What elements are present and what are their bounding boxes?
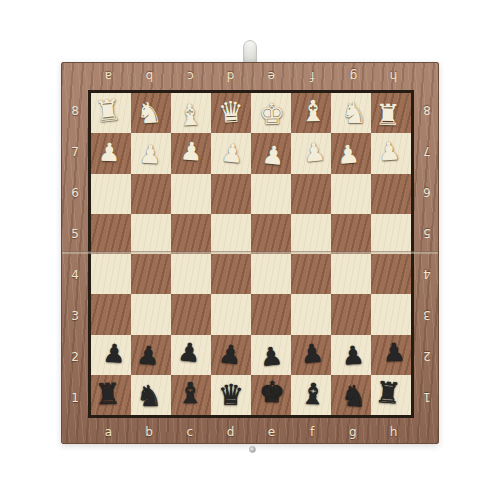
piece-black-pawn: ♟ — [300, 340, 325, 367]
square-b1: ♞ — [131, 375, 171, 415]
file-label-top-e: e — [251, 63, 292, 90]
square-d7: ♟ — [211, 133, 251, 173]
square-f3 — [291, 294, 331, 334]
square-a4 — [91, 254, 131, 294]
square-e1: ♚ — [251, 375, 291, 415]
piece-white-king: ♚ — [259, 99, 286, 129]
piece-white-pawn: ♟ — [336, 141, 361, 168]
rank-label-right-4: 4 — [414, 254, 440, 295]
rank-label-right-2: 2 — [414, 336, 440, 377]
square-a7: ♟ — [91, 133, 131, 173]
piece-black-pawn: ♟ — [102, 341, 126, 367]
rank-label-right-5: 5 — [414, 213, 440, 254]
rank-label-left-2: 2 — [62, 336, 88, 377]
piece-black-bishop: ♝ — [177, 379, 203, 408]
square-b2: ♟ — [131, 335, 171, 375]
square-b7: ♟ — [131, 133, 171, 173]
square-a8: ♜ — [91, 93, 131, 133]
piece-black-bishop: ♝ — [299, 380, 326, 410]
file-label-top-f: f — [292, 63, 333, 90]
rank-label-right-8: 8 — [414, 90, 440, 131]
file-label-bottom-a: a — [88, 418, 129, 445]
file-label-bottom-f: f — [292, 418, 333, 445]
square-e7: ♟ — [251, 133, 291, 173]
hinge-screw — [249, 446, 256, 453]
square-b5 — [131, 214, 171, 254]
square-a1: ♜ — [91, 375, 131, 415]
rank-label-left-7: 7 — [62, 131, 88, 172]
square-h6 — [371, 174, 411, 214]
square-b8: ♞ — [131, 93, 171, 133]
square-h1: ♜ — [371, 375, 411, 415]
square-d5 — [211, 214, 251, 254]
square-c6 — [171, 174, 211, 214]
rank-label-right-1: 1 — [414, 377, 440, 418]
play-area: ♜♞♝♛♚♝♞♜♟♟♟♟♟♟♟♟♟♟♟♟♟♟♟♟♜♞♝♛♚♝♞♜ — [88, 90, 414, 418]
square-d2: ♟ — [211, 335, 251, 375]
piece-white-bishop: ♝ — [300, 96, 327, 125]
piece-white-pawn: ♟ — [220, 140, 245, 167]
product-photo: abcdefgh abcdefgh 87654321 87654321 ♜♞♝♛… — [0, 0, 500, 500]
square-g3 — [331, 294, 371, 334]
square-h8: ♜ — [371, 93, 411, 133]
rank-label-right-6: 6 — [414, 172, 440, 213]
square-a5 — [91, 214, 131, 254]
file-labels-top: abcdefgh — [88, 63, 414, 90]
square-c3 — [171, 294, 211, 334]
square-e4 — [251, 254, 291, 294]
rank-label-right-7: 7 — [414, 131, 440, 172]
piece-white-rook: ♜ — [94, 95, 123, 127]
rank-label-left-6: 6 — [62, 172, 88, 213]
piece-white-bishop: ♝ — [176, 100, 204, 131]
piece-black-rook: ♜ — [95, 380, 122, 410]
file-label-top-g: g — [333, 63, 374, 90]
piece-black-knight: ♞ — [340, 382, 368, 413]
square-g6 — [331, 174, 371, 214]
square-d1: ♛ — [211, 375, 251, 415]
file-label-bottom-h: h — [373, 418, 414, 445]
file-label-bottom-c: c — [170, 418, 211, 445]
square-f6 — [291, 174, 331, 214]
piece-black-pawn: ♟ — [341, 342, 365, 369]
square-d4 — [211, 254, 251, 294]
rank-label-left-3: 3 — [62, 295, 88, 336]
file-label-top-a: a — [88, 63, 129, 90]
piece-black-pawn: ♟ — [382, 340, 406, 366]
file-label-bottom-b: b — [129, 418, 170, 445]
square-h2: ♟ — [371, 335, 411, 375]
rank-label-left-8: 8 — [62, 90, 88, 131]
square-c1: ♝ — [171, 375, 211, 415]
rank-label-left-5: 5 — [62, 213, 88, 254]
file-label-top-c: c — [170, 63, 211, 90]
square-c2: ♟ — [171, 335, 211, 375]
piece-white-pawn: ♟ — [261, 142, 286, 169]
square-d8: ♛ — [211, 93, 251, 133]
rank-labels-right: 87654321 — [414, 90, 440, 418]
square-e5 — [251, 214, 291, 254]
square-e2: ♟ — [251, 335, 291, 375]
square-b3 — [131, 294, 171, 334]
rank-labels-left: 87654321 — [62, 90, 88, 418]
file-label-top-d: d — [210, 63, 251, 90]
square-g2: ♟ — [331, 335, 371, 375]
square-c5 — [171, 214, 211, 254]
square-f4 — [291, 254, 331, 294]
square-f8: ♝ — [291, 93, 331, 133]
square-h4 — [371, 254, 411, 294]
square-b6 — [131, 174, 171, 214]
piece-black-king: ♚ — [259, 378, 286, 408]
square-f2: ♟ — [291, 335, 331, 375]
piece-white-queen: ♛ — [217, 97, 244, 127]
piece-white-knight: ♞ — [341, 99, 367, 128]
square-e3 — [251, 294, 291, 334]
square-f7: ♟ — [291, 133, 331, 173]
piece-white-pawn: ♟ — [138, 141, 162, 167]
square-e8: ♚ — [251, 93, 291, 133]
rank-label-left-1: 1 — [62, 377, 88, 418]
piece-black-queen: ♛ — [218, 381, 245, 410]
piece-black-pawn: ♟ — [259, 343, 284, 370]
square-b4 — [131, 254, 171, 294]
square-f5 — [291, 214, 331, 254]
rank-label-right-3: 3 — [414, 295, 440, 336]
piece-white-pawn: ♟ — [97, 139, 120, 165]
square-h5 — [371, 214, 411, 254]
piece-black-rook: ♜ — [374, 378, 402, 409]
rank-label-left-4: 4 — [62, 254, 88, 295]
square-a3 — [91, 294, 131, 334]
square-f1: ♝ — [291, 375, 331, 415]
square-g8: ♞ — [331, 93, 371, 133]
square-g5 — [331, 214, 371, 254]
piece-black-pawn: ♟ — [136, 342, 160, 369]
piece-white-pawn: ♟ — [302, 139, 327, 166]
piece-white-rook: ♜ — [375, 100, 402, 129]
square-c8: ♝ — [171, 93, 211, 133]
chess-board: abcdefgh abcdefgh 87654321 87654321 ♜♞♝♛… — [61, 62, 439, 444]
square-e6 — [251, 174, 291, 214]
file-label-bottom-e: e — [251, 418, 292, 445]
square-a6 — [91, 174, 131, 214]
piece-black-pawn: ♟ — [218, 341, 243, 368]
square-g1: ♞ — [331, 375, 371, 415]
file-label-top-h: h — [373, 63, 414, 90]
file-label-top-b: b — [129, 63, 170, 90]
piece-white-pawn: ♟ — [179, 138, 203, 165]
piece-black-knight: ♞ — [136, 382, 163, 411]
square-d6 — [211, 174, 251, 214]
piece-white-knight: ♞ — [135, 98, 163, 129]
square-c4 — [171, 254, 211, 294]
piece-white-pawn: ♟ — [377, 138, 401, 165]
square-c7: ♟ — [171, 133, 211, 173]
file-label-bottom-d: d — [210, 418, 251, 445]
fold-seam — [62, 251, 438, 254]
square-a2: ♟ — [91, 335, 131, 375]
square-d3 — [211, 294, 251, 334]
piece-black-pawn: ♟ — [177, 339, 202, 366]
file-labels-bottom: abcdefgh — [88, 418, 414, 445]
square-h7: ♟ — [371, 133, 411, 173]
file-label-bottom-g: g — [333, 418, 374, 445]
square-g7: ♟ — [331, 133, 371, 173]
square-g4 — [331, 254, 371, 294]
square-h3 — [371, 294, 411, 334]
